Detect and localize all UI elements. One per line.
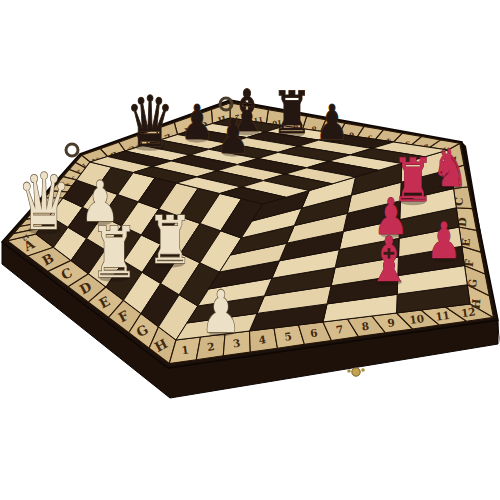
brass-clasp-icon	[352, 368, 360, 376]
piece-white-rook[interactable]: ♜	[90, 212, 139, 293]
product-photo-stage: ABCDEFGH123456789101112HGFEDCBA123456789…	[0, 0, 500, 500]
piece-white-rook[interactable]: ♜	[147, 202, 193, 279]
piece-black-pawn[interactable]: ♟	[315, 94, 349, 150]
piece-white-pawn[interactable]: ♟	[201, 278, 242, 345]
piece-red-pawn[interactable]: ♟	[427, 211, 462, 270]
piece-red-bishop[interactable]: ♝	[367, 223, 410, 295]
edge-label: G	[466, 278, 480, 289]
edge-label: 10	[409, 312, 425, 326]
piece-white-queen[interactable]: ♛	[17, 157, 72, 247]
piece-red-knight[interactable]: ♞	[432, 138, 468, 198]
piece-black-pawn[interactable]: ♟	[180, 94, 214, 150]
edge-label: H	[470, 298, 484, 309]
piece-black-rook[interactable]: ♜	[272, 79, 313, 146]
clasp-detail	[347, 369, 351, 373]
piece-black-queen[interactable]: ♛	[126, 81, 175, 162]
metal-ring-icon	[66, 144, 78, 156]
edge-label: 11	[434, 309, 450, 323]
piece-black-pawn[interactable]: ♟	[216, 108, 250, 164]
clasp-detail	[361, 368, 365, 372]
three-player-chess-board: ABCDEFGH123456789101112HGFEDCBA123456789…	[0, 0, 500, 500]
